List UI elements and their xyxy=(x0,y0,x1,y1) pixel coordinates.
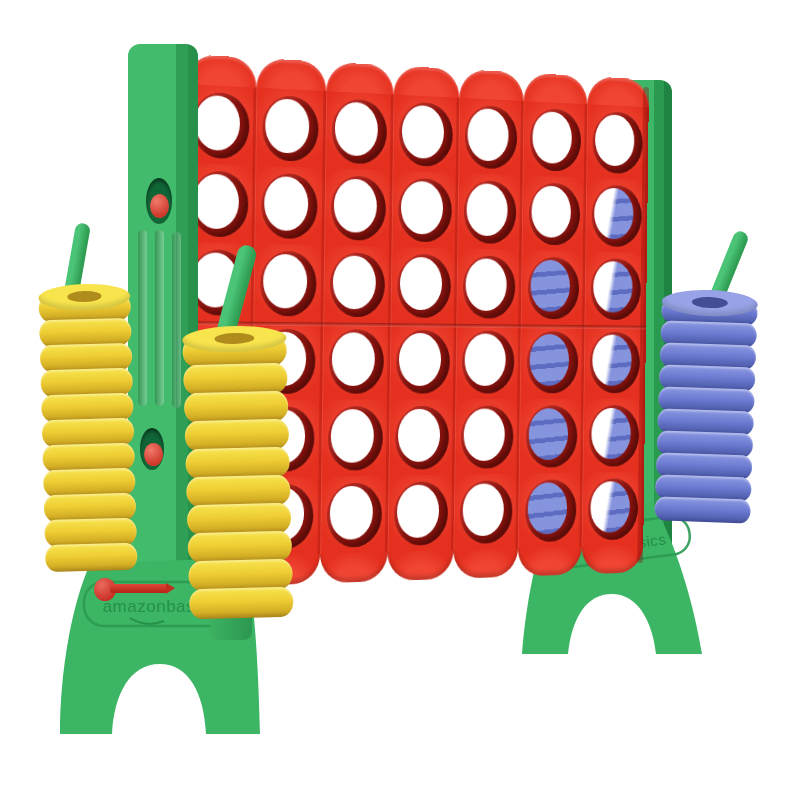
board-hole xyxy=(261,172,318,238)
board-cell xyxy=(388,399,455,475)
board-hole xyxy=(399,101,453,167)
board-cell xyxy=(390,247,457,324)
scallop-bump xyxy=(257,58,327,91)
board-hole xyxy=(331,98,386,164)
scallop-bump xyxy=(387,550,454,581)
board-cell xyxy=(457,248,523,324)
blue-disc-stack xyxy=(654,300,758,523)
yellow-disc[interactable] xyxy=(189,587,294,620)
board-hole xyxy=(592,111,643,174)
board-cell xyxy=(455,399,521,475)
board-cell xyxy=(585,178,648,253)
board-cell xyxy=(256,88,326,169)
board-cell xyxy=(392,94,459,173)
board-cell xyxy=(521,250,585,325)
board-cell xyxy=(320,476,389,554)
board-cell xyxy=(522,175,586,251)
board-cell xyxy=(324,168,393,247)
scallop-bump xyxy=(326,62,394,95)
board-hole xyxy=(327,406,382,471)
scallop-bump xyxy=(587,76,649,107)
board-cell xyxy=(387,475,454,552)
board-hole xyxy=(529,107,581,171)
board-cell xyxy=(583,325,646,399)
board-hole xyxy=(328,329,383,393)
release-handle-bar[interactable] xyxy=(110,584,168,593)
board-hole xyxy=(192,91,250,159)
board-hole xyxy=(461,405,514,468)
board-hole xyxy=(396,329,450,393)
board-cell xyxy=(519,399,583,474)
post-groove xyxy=(155,230,164,406)
board-hole xyxy=(524,479,576,542)
board-cell xyxy=(456,324,522,399)
scallop-bump xyxy=(319,552,387,583)
board-hole xyxy=(462,330,515,393)
scallop-bump xyxy=(518,546,582,576)
board-hole xyxy=(527,256,579,319)
scallop-bump xyxy=(581,544,643,574)
board-hole xyxy=(397,253,451,317)
board-cell xyxy=(523,101,587,178)
board-hole xyxy=(590,258,641,320)
board-cell xyxy=(254,244,324,323)
board-hole xyxy=(329,252,384,317)
board-cell xyxy=(454,474,520,550)
board-cell xyxy=(457,173,523,250)
board-hole xyxy=(395,405,449,469)
board-cell xyxy=(581,472,644,547)
board-cell xyxy=(458,98,523,176)
board-hole xyxy=(463,255,516,318)
yellow-disc[interactable] xyxy=(45,543,138,572)
blue-disc[interactable] xyxy=(654,496,751,523)
board-cell xyxy=(322,322,391,399)
board-cell xyxy=(391,171,458,249)
board-hole xyxy=(460,480,513,544)
board-hole xyxy=(588,405,639,467)
board-cell xyxy=(321,399,390,476)
board-hole xyxy=(326,482,382,547)
board-cell xyxy=(255,166,325,246)
board-cell xyxy=(325,91,394,171)
board-cell xyxy=(518,473,582,549)
board-hole xyxy=(394,481,448,546)
yellow-disc-stack-front xyxy=(182,337,293,620)
scallop-bump xyxy=(459,69,524,101)
board-hole xyxy=(330,175,385,241)
post-groove xyxy=(138,230,147,406)
board-cell xyxy=(389,323,456,399)
board-hole xyxy=(525,405,577,467)
board-hole xyxy=(591,184,642,247)
board-cell xyxy=(582,399,645,473)
board-hole xyxy=(528,182,580,245)
board-hole xyxy=(588,478,639,540)
board-hole xyxy=(464,180,517,244)
scallop-bump xyxy=(453,548,518,579)
board-cell xyxy=(584,251,647,325)
board-hole xyxy=(191,170,249,237)
scallop-bump xyxy=(524,73,587,104)
scallop-bump xyxy=(393,66,459,98)
board-cell xyxy=(586,104,649,180)
board-hole xyxy=(260,250,317,316)
locking-pin[interactable] xyxy=(150,194,169,218)
board-hole xyxy=(262,94,319,161)
yellow-disc-stack-back xyxy=(38,295,137,572)
board-cell xyxy=(323,245,392,323)
board-hole xyxy=(526,331,578,393)
release-handle-tip xyxy=(166,583,175,594)
post-groove xyxy=(172,232,181,408)
board-hole xyxy=(589,331,640,393)
board-hole xyxy=(465,104,518,169)
board-cell xyxy=(520,324,584,399)
board-hole xyxy=(398,177,452,242)
locking-pin[interactable] xyxy=(144,443,163,466)
